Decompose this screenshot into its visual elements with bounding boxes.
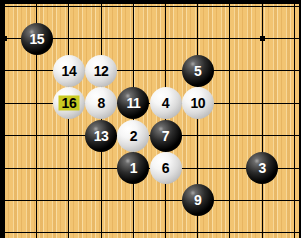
star-point: [260, 36, 265, 41]
move-number: 8: [97, 96, 104, 110]
move-number: 15: [29, 32, 44, 46]
goban-frame: 12345678910111213141516: [0, 0, 301, 238]
move-number: 11: [126, 96, 140, 110]
stone-7-black: 7: [150, 120, 182, 152]
move-number: 13: [94, 129, 109, 143]
move-number: 4: [162, 96, 169, 110]
grid-line: [4, 232, 299, 233]
stone-15-black: 15: [21, 23, 53, 55]
move-number: 5: [194, 64, 201, 78]
move-number: 14: [62, 64, 77, 78]
move-number: 3: [258, 161, 265, 175]
move-number: 1: [130, 161, 137, 175]
move-number: 10: [190, 96, 205, 110]
stone-4-white: 4: [150, 87, 182, 119]
grid-line: [4, 200, 299, 201]
move-number: 12: [94, 64, 109, 78]
stone-6-white: 6: [150, 152, 182, 184]
stone-1-black: 1: [117, 152, 149, 184]
star-point: [2, 36, 7, 41]
goban-board[interactable]: 12345678910111213141516: [4, 4, 299, 238]
grid-line: [294, 4, 295, 238]
stone-14-white: 14: [53, 55, 85, 87]
move-number: 6: [162, 161, 169, 175]
stone-10-white: 10: [182, 87, 214, 119]
stone-13-black: 13: [85, 120, 117, 152]
stone-12-white: 12: [85, 55, 117, 87]
grid-line: [4, 70, 299, 71]
grid-line: [229, 4, 230, 238]
move-number: 2: [130, 129, 137, 143]
move-number: 9: [194, 193, 201, 207]
stone-8-white: 8: [85, 87, 117, 119]
stone-2-white: 2: [117, 120, 149, 152]
stone-9-black: 9: [182, 184, 214, 216]
move-number: 7: [162, 129, 169, 143]
stone-11-black: 11: [117, 87, 149, 119]
stone-16-white: 16: [53, 87, 85, 119]
stone-3-black: 3: [246, 152, 278, 184]
stone-5-black: 5: [182, 55, 214, 87]
grid-line: [68, 4, 69, 238]
grid-line: [4, 6, 299, 7]
move-number: 16: [62, 96, 77, 110]
